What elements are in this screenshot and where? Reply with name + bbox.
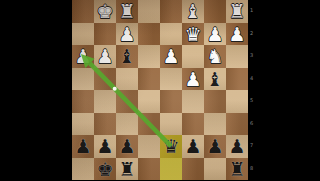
square-d2[interactable] — [160, 23, 182, 46]
square-g5[interactable] — [94, 90, 116, 113]
black-pawn-g7[interactable]: ♟ — [94, 135, 116, 158]
square-d8[interactable] — [160, 158, 182, 181]
white-bishop-c1[interactable]: ♝ — [182, 0, 204, 23]
square-g6[interactable] — [94, 113, 116, 136]
square-d3[interactable]: ♟ — [160, 45, 182, 68]
square-b5[interactable] — [204, 90, 226, 113]
square-f4[interactable] — [116, 68, 138, 91]
square-f1[interactable]: ♜ — [116, 0, 138, 23]
square-h8[interactable] — [72, 158, 94, 181]
square-a1[interactable]: ♜ — [226, 0, 248, 23]
square-e5[interactable] — [138, 90, 160, 113]
square-c4[interactable]: ♟ — [182, 68, 204, 91]
black-pawn-c7[interactable]: ♟ — [182, 135, 204, 158]
square-d5[interactable] — [160, 90, 182, 113]
square-h1[interactable] — [72, 0, 94, 23]
white-rook-f1[interactable]: ♜ — [116, 0, 138, 23]
white-rook-a1[interactable]: ♜ — [226, 0, 248, 23]
square-b7[interactable]: ♟ — [204, 135, 226, 158]
square-g3[interactable]: ♟ — [94, 45, 116, 68]
square-e2[interactable] — [138, 23, 160, 46]
letterbox-left — [0, 0, 72, 180]
rank-label-2: 2 — [250, 31, 253, 36]
square-c2[interactable]: ♛ — [182, 23, 204, 46]
square-g4[interactable] — [94, 68, 116, 91]
square-g1[interactable]: ♚ — [94, 0, 116, 23]
square-a4[interactable] — [226, 68, 248, 91]
white-pawn-h3[interactable]: ♟ — [72, 45, 94, 68]
square-c5[interactable] — [182, 90, 204, 113]
rank-label-6: 6 — [250, 121, 253, 126]
square-f2[interactable]: ♟ — [116, 23, 138, 46]
square-e7[interactable] — [138, 135, 160, 158]
square-g2[interactable] — [94, 23, 116, 46]
black-bishop-b4[interactable]: ♝ — [204, 68, 226, 91]
white-pawn-a2[interactable]: ♟ — [226, 23, 248, 46]
chess-board: ♚♜♝♜♟♛♟♟♟♟♝♟♞♟♝♟♟♟♛♟♟♟♚♜♜ — [72, 0, 248, 180]
video-frame: ♚♜♝♜♟♛♟♟♟♟♝♟♞♟♝♟♟♟♛♟♟♟♚♜♜ 12345678 — [0, 0, 320, 180]
square-b6[interactable] — [204, 113, 226, 136]
square-e8[interactable] — [138, 158, 160, 181]
rank-label-4: 4 — [250, 76, 253, 81]
square-b2[interactable]: ♟ — [204, 23, 226, 46]
white-pawn-c4[interactable]: ♟ — [182, 68, 204, 91]
square-h3[interactable]: ♟ — [72, 45, 94, 68]
letterbox-right — [248, 0, 320, 180]
square-f5[interactable] — [116, 90, 138, 113]
black-bishop-f3[interactable]: ♝ — [116, 45, 138, 68]
rank-label-8: 8 — [250, 166, 253, 171]
square-h4[interactable] — [72, 68, 94, 91]
black-pawn-b7[interactable]: ♟ — [204, 135, 226, 158]
square-h6[interactable] — [72, 113, 94, 136]
square-a8[interactable]: ♜ — [226, 158, 248, 181]
square-c6[interactable] — [182, 113, 204, 136]
black-pawn-h7[interactable]: ♟ — [72, 135, 94, 158]
square-f8[interactable]: ♜ — [116, 158, 138, 181]
square-d4[interactable] — [160, 68, 182, 91]
square-e3[interactable] — [138, 45, 160, 68]
square-d6[interactable] — [160, 113, 182, 136]
square-g8[interactable]: ♚ — [94, 158, 116, 181]
square-h7[interactable]: ♟ — [72, 135, 94, 158]
square-b1[interactable] — [204, 0, 226, 23]
square-c3[interactable] — [182, 45, 204, 68]
square-f6[interactable] — [116, 113, 138, 136]
white-pawn-g3[interactable]: ♟ — [94, 45, 116, 68]
square-e4[interactable] — [138, 68, 160, 91]
square-e1[interactable] — [138, 0, 160, 23]
rank-label-1: 1 — [250, 8, 253, 13]
square-a3[interactable] — [226, 45, 248, 68]
square-f3[interactable]: ♝ — [116, 45, 138, 68]
square-b3[interactable]: ♞ — [204, 45, 226, 68]
square-h2[interactable] — [72, 23, 94, 46]
square-a2[interactable]: ♟ — [226, 23, 248, 46]
square-g7[interactable]: ♟ — [94, 135, 116, 158]
black-rook-a8[interactable]: ♜ — [226, 158, 248, 181]
white-pawn-b2[interactable]: ♟ — [204, 23, 226, 46]
square-f7[interactable]: ♟ — [116, 135, 138, 158]
square-c8[interactable] — [182, 158, 204, 181]
square-h5[interactable] — [72, 90, 94, 113]
square-d7[interactable]: ♛ — [160, 135, 182, 158]
square-c7[interactable]: ♟ — [182, 135, 204, 158]
square-a5[interactable] — [226, 90, 248, 113]
black-king-g8[interactable]: ♚ — [94, 158, 116, 181]
rank-label-3: 3 — [250, 53, 253, 58]
square-a6[interactable] — [226, 113, 248, 136]
black-queen-d7[interactable]: ♛ — [160, 135, 182, 158]
square-a7[interactable]: ♟ — [226, 135, 248, 158]
square-d1[interactable] — [160, 0, 182, 23]
white-king-g1[interactable]: ♚ — [94, 0, 116, 23]
white-knight-b3[interactable]: ♞ — [204, 45, 226, 68]
square-b8[interactable] — [204, 158, 226, 181]
white-pawn-f2[interactable]: ♟ — [116, 23, 138, 46]
rank-label-7: 7 — [250, 143, 253, 148]
rank-label-5: 5 — [250, 98, 253, 103]
black-rook-f8[interactable]: ♜ — [116, 158, 138, 181]
white-pawn-d3[interactable]: ♟ — [160, 45, 182, 68]
square-b4[interactable]: ♝ — [204, 68, 226, 91]
square-e6[interactable] — [138, 113, 160, 136]
square-c1[interactable]: ♝ — [182, 0, 204, 23]
black-pawn-f7[interactable]: ♟ — [116, 135, 138, 158]
white-queen-c2[interactable]: ♛ — [182, 23, 204, 46]
black-pawn-a7[interactable]: ♟ — [226, 135, 248, 158]
